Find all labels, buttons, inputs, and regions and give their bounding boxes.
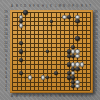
column-label: N bbox=[63, 94, 65, 97]
column-label: Q bbox=[76, 94, 78, 97]
go-board[interactable] bbox=[10, 10, 93, 93]
grid-line-vertical bbox=[64, 12, 65, 90]
row-label: 13 bbox=[4, 37, 7, 40]
column-label: J bbox=[47, 4, 48, 7]
black-stone bbox=[75, 36, 79, 40]
row-label: 4 bbox=[95, 76, 97, 79]
column-label: D bbox=[24, 4, 26, 7]
column-label: F bbox=[33, 94, 35, 97]
row-label: 6 bbox=[95, 67, 97, 70]
column-label: J bbox=[47, 94, 48, 97]
row-label: 11 bbox=[4, 46, 7, 49]
column-label: N bbox=[63, 4, 65, 7]
black-stone bbox=[46, 50, 49, 53]
row-label: 6 bbox=[5, 67, 7, 70]
column-label: S bbox=[85, 4, 87, 7]
row-label: 18 bbox=[94, 15, 97, 18]
white-stone bbox=[75, 84, 79, 88]
row-label: 9 bbox=[95, 54, 97, 57]
column-label: H bbox=[42, 94, 44, 97]
black-stone bbox=[19, 71, 23, 75]
row-label: 15 bbox=[4, 28, 7, 31]
column-label: G bbox=[37, 4, 39, 7]
column-label: L bbox=[55, 4, 57, 7]
column-label: D bbox=[24, 94, 26, 97]
row-label: 5 bbox=[95, 72, 97, 75]
row-label: 13 bbox=[94, 37, 97, 40]
grid-line-horizontal bbox=[12, 73, 90, 74]
grid-line-vertical bbox=[90, 12, 91, 90]
row-label: 14 bbox=[4, 33, 7, 36]
grid-line-vertical bbox=[60, 12, 61, 90]
row-label: 16 bbox=[94, 24, 97, 27]
black-stone bbox=[46, 76, 49, 79]
column-label: C bbox=[20, 94, 22, 97]
column-label: M bbox=[59, 4, 61, 7]
row-label: 1 bbox=[5, 89, 7, 92]
row-label: 19 bbox=[94, 11, 97, 14]
row-label: 12 bbox=[94, 41, 97, 44]
row-label: 10 bbox=[4, 50, 7, 53]
black-stone bbox=[50, 20, 53, 23]
row-label: 11 bbox=[94, 46, 97, 49]
column-label: R bbox=[81, 94, 83, 97]
row-label: 18 bbox=[4, 15, 7, 18]
column-label: C bbox=[20, 4, 22, 7]
row-label: 5 bbox=[5, 72, 7, 75]
column-label: M bbox=[59, 94, 61, 97]
row-label: 4 bbox=[5, 76, 7, 79]
column-label: A bbox=[11, 4, 13, 7]
column-label: S bbox=[85, 94, 87, 97]
row-label: 19 bbox=[4, 11, 7, 14]
row-label: 2 bbox=[95, 85, 97, 88]
column-label: O bbox=[68, 4, 70, 7]
column-label: P bbox=[72, 4, 74, 7]
white-stone bbox=[41, 75, 45, 79]
app-background: ABCDEFGHJKLMNOPQRST ABCDEFGHJKLMNOPQRST … bbox=[0, 0, 100, 100]
column-label: O bbox=[68, 94, 70, 97]
column-label: T bbox=[90, 94, 92, 97]
white-stone bbox=[80, 62, 84, 66]
row-label: 8 bbox=[5, 59, 7, 62]
column-label: B bbox=[16, 4, 18, 7]
row-label: 9 bbox=[5, 54, 7, 57]
row-label: 14 bbox=[94, 33, 97, 36]
column-label: G bbox=[37, 94, 39, 97]
black-stone bbox=[75, 67, 79, 71]
column-label: A bbox=[11, 94, 13, 97]
row-label: 16 bbox=[4, 24, 7, 27]
black-stone bbox=[19, 49, 23, 53]
row-label: 12 bbox=[4, 41, 7, 44]
column-label: K bbox=[51, 94, 53, 97]
grid-line-vertical bbox=[82, 12, 83, 90]
column-label: F bbox=[33, 4, 35, 7]
column-label: P bbox=[72, 94, 74, 97]
row-label: 3 bbox=[95, 80, 97, 83]
row-label: 8 bbox=[95, 59, 97, 62]
black-stone bbox=[19, 58, 23, 62]
column-label: B bbox=[16, 94, 18, 97]
grid-line-vertical bbox=[86, 12, 87, 90]
row-label: 7 bbox=[95, 63, 97, 66]
column-label: H bbox=[42, 4, 44, 7]
row-label: 7 bbox=[5, 63, 7, 66]
column-label: T bbox=[90, 4, 92, 7]
grid-line-horizontal bbox=[12, 90, 90, 91]
row-label: 3 bbox=[5, 80, 7, 83]
row-label: 17 bbox=[4, 20, 7, 23]
black-stone bbox=[23, 10, 27, 14]
white-stone bbox=[28, 75, 32, 79]
column-label: L bbox=[55, 94, 57, 97]
black-stone bbox=[19, 41, 23, 45]
grid-line-horizontal bbox=[12, 60, 90, 61]
row-label: 10 bbox=[94, 50, 97, 53]
row-label: 15 bbox=[94, 28, 97, 31]
column-label: E bbox=[29, 4, 31, 7]
column-label: Q bbox=[76, 4, 78, 7]
row-label: 2 bbox=[5, 85, 7, 88]
white-stone bbox=[19, 23, 23, 27]
row-label: 1 bbox=[95, 89, 97, 92]
grid-line-vertical bbox=[56, 12, 57, 90]
column-label: E bbox=[29, 94, 31, 97]
column-label: R bbox=[81, 4, 83, 7]
black-stone bbox=[67, 15, 71, 19]
black-stone bbox=[75, 19, 79, 23]
white-stone bbox=[75, 54, 79, 58]
column-label: K bbox=[51, 4, 53, 7]
black-stone bbox=[54, 71, 58, 75]
row-label: 17 bbox=[94, 20, 97, 23]
